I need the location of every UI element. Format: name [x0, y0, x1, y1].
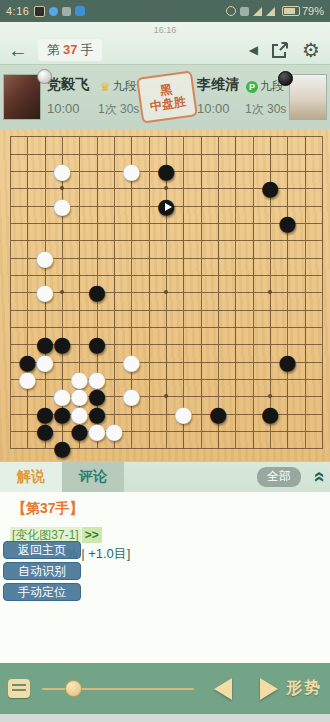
black-stone: ● [261, 179, 279, 197]
star-point [268, 290, 272, 294]
white-stone: ● [36, 353, 54, 371]
black-stone: ● [157, 162, 175, 180]
grid-line-v [201, 136, 202, 449]
battery-percent: 79% [302, 5, 324, 17]
white-stone: ● [53, 162, 71, 180]
white-stone-badge [37, 69, 52, 84]
black-stone: ● [278, 353, 296, 371]
player-clock-right: 10:00 [197, 101, 230, 116]
return-home-button[interactable]: 返回主页 [3, 541, 81, 559]
last-move-marker [165, 203, 172, 211]
white-stone: ● [174, 405, 192, 423]
white-stone: ● [36, 283, 54, 301]
white-stone: ● [122, 387, 140, 405]
network-icon [240, 7, 249, 16]
white-stone: ● [18, 370, 36, 388]
star-point [164, 186, 168, 190]
avatar-right [289, 74, 327, 120]
black-stone: ● [53, 335, 71, 353]
white-stone: ● [122, 353, 140, 371]
app-screen: 4:16 79% 16:16 ← 第37手 ◀ [0, 0, 330, 722]
signal-icon [253, 7, 262, 16]
star-point [60, 186, 64, 190]
status-time: 4:16 [6, 5, 29, 17]
battery-icon [282, 6, 300, 16]
grid-line-v [253, 136, 254, 449]
tab-comments[interactable]: 评论 [62, 462, 124, 492]
header-subtitle: 16:16 [0, 25, 330, 35]
grid-line-h [10, 327, 323, 328]
star-point [268, 394, 272, 398]
slider-knob[interactable] [65, 680, 82, 697]
black-stone: ● [88, 335, 106, 353]
white-stone: ● [53, 197, 71, 215]
black-stone: ● [36, 422, 54, 440]
black-stone-badge [278, 71, 293, 86]
star-point [60, 290, 64, 294]
white-stone: ● [105, 422, 123, 440]
player-byoyomi-left: 1次 30s [98, 101, 139, 118]
tab-commentary[interactable]: 解说 [0, 462, 62, 492]
player-info-bar: 党毅飞 ♛ 九段 10:00 1次 30s 黑 中盘胜 李维清 P 九段 10:… [0, 64, 330, 129]
auto-recognize-button[interactable]: 自动识别 [3, 562, 81, 580]
playback-toolbar: 形势 [0, 663, 330, 714]
vpn-icon [226, 6, 236, 16]
black-stone: ● [278, 214, 296, 232]
situation-button[interactable]: 形势 [286, 678, 322, 699]
white-stone: ● [88, 422, 106, 440]
move-number: 37 [63, 42, 77, 57]
messenger-icon [75, 6, 85, 16]
collapse-up-chevrons-icon[interactable]: » [309, 471, 323, 482]
result-stamp: 黑 中盘胜 [136, 70, 198, 123]
black-stone: ● [70, 422, 88, 440]
status-right-cluster: 79% [226, 5, 324, 17]
nav-header: 16:16 ← 第37手 ◀ ⚙ [0, 22, 330, 64]
result-line2: 中盘胜 [149, 94, 187, 113]
all-filter-badge[interactable]: 全部 [257, 467, 301, 487]
back-icon[interactable]: ← [8, 40, 28, 60]
black-stone: ● [209, 405, 227, 423]
black-stone: ● [53, 439, 71, 457]
chat-bubble-icon[interactable] [8, 679, 30, 698]
grid-line-v [322, 136, 323, 449]
player-clock-left: 10:00 [47, 101, 80, 116]
rank-label-left: 九段 [113, 78, 137, 95]
progress-slider[interactable] [42, 679, 194, 699]
grid-line-h [10, 362, 323, 363]
crown-icon: ♛ [100, 80, 111, 94]
collapse-left-icon[interactable]: ◀ [249, 43, 258, 57]
grid-line-h [10, 379, 323, 380]
grid-line-h [10, 310, 323, 311]
avatar-left [3, 74, 41, 120]
white-stone: ● [36, 249, 54, 267]
black-stone: ● [261, 405, 279, 423]
player-name-left: 党毅飞 [47, 76, 89, 94]
player-byoyomi-right: 1次 30s [245, 101, 286, 118]
variation-more-icon[interactable]: >> [82, 527, 102, 543]
status-bar: 4:16 79% [0, 0, 330, 22]
move-suffix: 手 [80, 42, 93, 57]
move-prefix: 第 [47, 42, 60, 57]
app-notification-icon [49, 7, 58, 16]
settings-gear-icon[interactable]: ⚙ [302, 40, 320, 60]
share-icon[interactable] [270, 40, 290, 60]
tab-bar: 解说 评论 全部 » [0, 461, 330, 492]
star-point [164, 290, 168, 294]
black-stone: ● [88, 283, 106, 301]
grid-line-h [10, 431, 323, 432]
platform-badge-icon: P [246, 81, 258, 93]
manual-position-button[interactable]: 手动定位 [3, 583, 81, 601]
mail-icon [62, 7, 71, 16]
black-stone: ● [53, 405, 71, 423]
notification-icon [34, 6, 45, 17]
player-rank-left: ♛ 九段 [100, 78, 137, 95]
player-name-right: 李维清 [197, 76, 239, 94]
star-point [164, 394, 168, 398]
next-move-button[interactable] [260, 678, 278, 700]
grid-line-v [287, 136, 288, 449]
gesture-bar [0, 714, 330, 722]
move-title: 第37手 [38, 39, 102, 61]
move-heading: 【第37手】 [12, 500, 84, 518]
wifi-icon [266, 7, 275, 16]
grid-line-v [305, 136, 306, 449]
go-board[interactable]: ●●●●●●●●●●●●●●●●●●●●●●●●●●●●●●●●●●●● [0, 129, 330, 461]
grid-line-v [235, 136, 236, 449]
prev-move-button[interactable] [214, 678, 232, 700]
comment-panel: 【第37手】 [变化图37-1]>> % | +1.0目] 返回主页 自动识别 … [0, 492, 330, 663]
white-stone: ● [122, 162, 140, 180]
